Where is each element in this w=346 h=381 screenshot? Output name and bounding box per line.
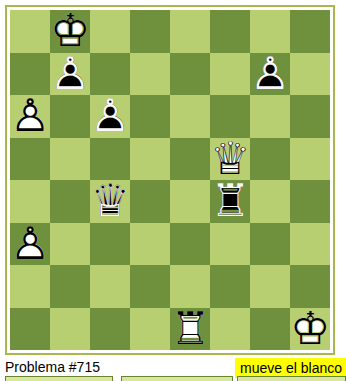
piece-outline-glyph: ♖ <box>210 180 250 223</box>
square-a6[interactable]: ♟♙ <box>10 95 50 138</box>
white-pawn-a3[interactable]: ♟♙ <box>10 223 50 266</box>
square-d8[interactable] <box>130 10 170 53</box>
square-d5[interactable] <box>130 138 170 181</box>
square-g2[interactable] <box>250 265 290 308</box>
square-f7[interactable] <box>210 53 250 96</box>
white-pawn-a6[interactable]: ♟♙ <box>10 95 50 138</box>
cutoff-button-2[interactable] <box>121 376 233 381</box>
footer: Problema #715 mueve el blanco <box>0 355 346 381</box>
square-c4[interactable]: ♛♕ <box>90 180 130 223</box>
square-e3[interactable] <box>170 223 210 266</box>
square-g4[interactable] <box>250 180 290 223</box>
square-d4[interactable] <box>130 180 170 223</box>
black-queen-c4[interactable]: ♛♕ <box>90 180 130 223</box>
board-grid: ♚♔♟♙♟♙♟♙♟♙♛♕♛♕♜♖♟♙♜♖♚♔ <box>10 10 330 350</box>
square-b6[interactable] <box>50 95 90 138</box>
square-g6[interactable] <box>250 95 290 138</box>
square-g7[interactable]: ♟♙ <box>250 53 290 96</box>
square-b4[interactable] <box>50 180 90 223</box>
turn-indicator: mueve el blanco <box>235 358 346 378</box>
chess-problem-widget: ♚♔♟♙♟♙♟♙♟♙♛♕♛♕♜♖♟♙♜♖♚♔ Problema #715 mue… <box>0 0 346 381</box>
cutoff-button-3[interactable] <box>237 376 346 381</box>
piece-outline-glyph: ♙ <box>250 53 290 96</box>
square-c1[interactable] <box>90 308 130 351</box>
piece-outline-glyph: ♖ <box>170 308 210 351</box>
square-g3[interactable] <box>250 223 290 266</box>
black-pawn-g7[interactable]: ♟♙ <box>250 53 290 96</box>
square-h8[interactable] <box>290 10 330 53</box>
piece-outline-glyph: ♕ <box>90 180 130 223</box>
square-h6[interactable] <box>290 95 330 138</box>
piece-outline-glyph: ♙ <box>10 95 50 138</box>
square-g1[interactable] <box>250 308 290 351</box>
black-rook-f4[interactable]: ♜♖ <box>210 180 250 223</box>
square-c3[interactable] <box>90 223 130 266</box>
square-d1[interactable] <box>130 308 170 351</box>
problem-caption: Problema #715 <box>5 359 100 375</box>
square-e7[interactable] <box>170 53 210 96</box>
square-h7[interactable] <box>290 53 330 96</box>
square-f4[interactable]: ♜♖ <box>210 180 250 223</box>
square-a2[interactable] <box>10 265 50 308</box>
piece-outline-glyph: ♙ <box>50 53 90 96</box>
square-b5[interactable] <box>50 138 90 181</box>
square-h4[interactable] <box>290 180 330 223</box>
black-pawn-b7[interactable]: ♟♙ <box>50 53 90 96</box>
square-h5[interactable] <box>290 138 330 181</box>
cutoff-button-1[interactable] <box>5 376 113 381</box>
square-h1[interactable]: ♚♔ <box>290 308 330 351</box>
square-h3[interactable] <box>290 223 330 266</box>
square-f3[interactable] <box>210 223 250 266</box>
square-e5[interactable] <box>170 138 210 181</box>
square-d7[interactable] <box>130 53 170 96</box>
square-c8[interactable] <box>90 10 130 53</box>
square-e1[interactable]: ♜♖ <box>170 308 210 351</box>
square-a8[interactable] <box>10 10 50 53</box>
white-king-h1[interactable]: ♚♔ <box>290 308 330 351</box>
square-b7[interactable]: ♟♙ <box>50 53 90 96</box>
square-d6[interactable] <box>130 95 170 138</box>
square-d3[interactable] <box>130 223 170 266</box>
square-d2[interactable] <box>130 265 170 308</box>
square-f2[interactable] <box>210 265 250 308</box>
square-f1[interactable] <box>210 308 250 351</box>
square-a5[interactable] <box>10 138 50 181</box>
square-b3[interactable] <box>50 223 90 266</box>
square-a1[interactable] <box>10 308 50 351</box>
square-e4[interactable] <box>170 180 210 223</box>
piece-outline-glyph: ♙ <box>90 95 130 138</box>
square-c6[interactable]: ♟♙ <box>90 95 130 138</box>
board-frame: ♚♔♟♙♟♙♟♙♟♙♛♕♛♕♜♖♟♙♜♖♚♔ <box>5 5 335 355</box>
square-e8[interactable] <box>170 10 210 53</box>
piece-outline-glyph: ♔ <box>290 308 330 351</box>
white-rook-e1[interactable]: ♜♖ <box>170 308 210 351</box>
square-b2[interactable] <box>50 265 90 308</box>
piece-outline-glyph: ♙ <box>10 223 50 266</box>
square-b1[interactable] <box>50 308 90 351</box>
black-pawn-c6[interactable]: ♟♙ <box>90 95 130 138</box>
square-a3[interactable]: ♟♙ <box>10 223 50 266</box>
square-f8[interactable] <box>210 10 250 53</box>
square-g5[interactable] <box>250 138 290 181</box>
square-e6[interactable] <box>170 95 210 138</box>
square-c2[interactable] <box>90 265 130 308</box>
